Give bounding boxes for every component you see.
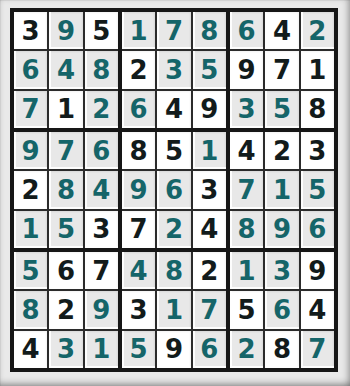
cell-r9c9[interactable]: 7: [301, 331, 334, 368]
cell-r2c9[interactable]: 1: [301, 51, 334, 88]
cell-r3c8[interactable]: 5: [265, 91, 298, 128]
box-2: 178235649: [122, 12, 226, 128]
cell-r4c9[interactable]: 3: [301, 132, 334, 169]
cell-r9c7[interactable]: 2: [230, 331, 263, 368]
cell-r5c5[interactable]: 6: [157, 171, 190, 208]
cell-r2c3[interactable]: 8: [85, 51, 118, 88]
page-background: 3956487121782356496429713589762841538519…: [0, 0, 350, 386]
box-7: 567829431: [14, 252, 118, 368]
box-5: 851963724: [122, 132, 226, 248]
cell-r8c4[interactable]: 3: [122, 291, 155, 328]
cell-r6c7[interactable]: 8: [230, 211, 263, 248]
cell-r7c2[interactable]: 6: [49, 252, 82, 289]
cell-r9c1[interactable]: 4: [14, 331, 47, 368]
cell-r2c1[interactable]: 6: [14, 51, 47, 88]
cell-r2c8[interactable]: 7: [265, 51, 298, 88]
cell-r3c4[interactable]: 6: [122, 91, 155, 128]
cell-r3c1[interactable]: 7: [14, 91, 47, 128]
cell-r6c4[interactable]: 7: [122, 211, 155, 248]
cell-r1c9[interactable]: 2: [301, 12, 334, 49]
cell-r1c6[interactable]: 8: [193, 12, 226, 49]
cell-r6c3[interactable]: 3: [85, 211, 118, 248]
cell-r8c5[interactable]: 1: [157, 291, 190, 328]
cell-r1c3[interactable]: 5: [85, 12, 118, 49]
cell-r9c5[interactable]: 9: [157, 331, 190, 368]
cell-r6c8[interactable]: 9: [265, 211, 298, 248]
cell-r4c8[interactable]: 2: [265, 132, 298, 169]
cell-r7c8[interactable]: 3: [265, 252, 298, 289]
cell-r4c5[interactable]: 5: [157, 132, 190, 169]
cell-r7c9[interactable]: 9: [301, 252, 334, 289]
box-8: 482317596: [122, 252, 226, 368]
cell-r5c3[interactable]: 4: [85, 171, 118, 208]
cell-r6c2[interactable]: 5: [49, 211, 82, 248]
cell-r9c6[interactable]: 6: [193, 331, 226, 368]
cell-r7c7[interactable]: 1: [230, 252, 263, 289]
cell-r8c6[interactable]: 7: [193, 291, 226, 328]
cell-r4c4[interactable]: 8: [122, 132, 155, 169]
cell-r7c6[interactable]: 2: [193, 252, 226, 289]
cell-r5c8[interactable]: 1: [265, 171, 298, 208]
cell-r1c4[interactable]: 1: [122, 12, 155, 49]
cell-r3c7[interactable]: 3: [230, 91, 263, 128]
cell-r8c1[interactable]: 8: [14, 291, 47, 328]
cell-r1c5[interactable]: 7: [157, 12, 190, 49]
cell-r5c1[interactable]: 2: [14, 171, 47, 208]
box-6: 423715896: [230, 132, 334, 248]
box-1: 395648712: [14, 12, 118, 128]
cell-r1c7[interactable]: 6: [230, 12, 263, 49]
cell-r5c2[interactable]: 8: [49, 171, 82, 208]
cell-r4c6[interactable]: 1: [193, 132, 226, 169]
cell-r5c9[interactable]: 5: [301, 171, 334, 208]
cell-r9c2[interactable]: 3: [49, 331, 82, 368]
cell-r3c2[interactable]: 1: [49, 91, 82, 128]
cell-r8c9[interactable]: 4: [301, 291, 334, 328]
cell-r7c5[interactable]: 8: [157, 252, 190, 289]
cell-r6c9[interactable]: 6: [301, 211, 334, 248]
cell-r1c1[interactable]: 3: [14, 12, 47, 49]
cell-r7c3[interactable]: 7: [85, 252, 118, 289]
cell-r8c2[interactable]: 2: [49, 291, 82, 328]
cell-r8c3[interactable]: 9: [85, 291, 118, 328]
cell-r3c9[interactable]: 8: [301, 91, 334, 128]
box-4: 976284153: [14, 132, 118, 248]
cell-r3c3[interactable]: 2: [85, 91, 118, 128]
cell-r9c3[interactable]: 1: [85, 331, 118, 368]
cell-r8c7[interactable]: 5: [230, 291, 263, 328]
cell-r6c6[interactable]: 4: [193, 211, 226, 248]
cell-r2c6[interactable]: 5: [193, 51, 226, 88]
sudoku-board: 3956487121782356496429713589762841538519…: [10, 8, 338, 372]
cell-r3c6[interactable]: 9: [193, 91, 226, 128]
box-9: 139564287: [230, 252, 334, 368]
cell-r7c4[interactable]: 4: [122, 252, 155, 289]
cell-r2c7[interactable]: 9: [230, 51, 263, 88]
cell-r6c1[interactable]: 1: [14, 211, 47, 248]
cell-r1c2[interactable]: 9: [49, 12, 82, 49]
cell-r5c6[interactable]: 3: [193, 171, 226, 208]
cell-r1c8[interactable]: 4: [265, 12, 298, 49]
cell-r8c8[interactable]: 6: [265, 291, 298, 328]
cell-r2c2[interactable]: 4: [49, 51, 82, 88]
cell-r5c7[interactable]: 7: [230, 171, 263, 208]
cell-r9c8[interactable]: 8: [265, 331, 298, 368]
cell-r2c5[interactable]: 3: [157, 51, 190, 88]
cell-r4c7[interactable]: 4: [230, 132, 263, 169]
cell-r5c4[interactable]: 9: [122, 171, 155, 208]
cell-r9c4[interactable]: 5: [122, 331, 155, 368]
cell-r4c2[interactable]: 7: [49, 132, 82, 169]
cell-r4c3[interactable]: 6: [85, 132, 118, 169]
box-3: 642971358: [230, 12, 334, 128]
cell-r7c1[interactable]: 5: [14, 252, 47, 289]
cell-r3c5[interactable]: 4: [157, 91, 190, 128]
cell-r2c4[interactable]: 2: [122, 51, 155, 88]
cell-r4c1[interactable]: 9: [14, 132, 47, 169]
cell-r6c5[interactable]: 2: [157, 211, 190, 248]
